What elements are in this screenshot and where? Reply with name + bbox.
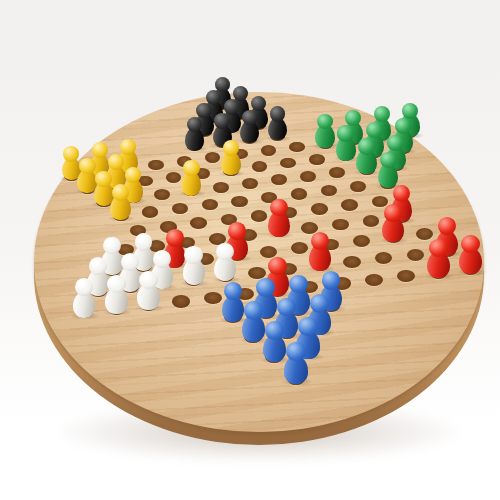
peg-head bbox=[153, 250, 171, 268]
peg-white[interactable] bbox=[183, 246, 205, 285]
peg-head bbox=[270, 199, 287, 216]
peg-red[interactable] bbox=[268, 199, 289, 237]
peg-head bbox=[387, 135, 404, 151]
peg-head bbox=[112, 184, 129, 201]
peg-head bbox=[429, 239, 447, 257]
peg-head bbox=[286, 342, 306, 361]
peg-head bbox=[256, 278, 275, 296]
peg-head bbox=[461, 235, 479, 253]
peg-head bbox=[322, 271, 341, 289]
peg-yellow[interactable] bbox=[110, 184, 131, 220]
peg-head bbox=[311, 232, 329, 250]
peg-head bbox=[402, 103, 418, 119]
peg-head bbox=[223, 140, 239, 156]
peg-green[interactable] bbox=[378, 152, 399, 188]
peg-yellow[interactable] bbox=[221, 140, 241, 175]
peg-head bbox=[135, 233, 153, 251]
peg-head bbox=[268, 257, 286, 275]
peg-head bbox=[103, 237, 121, 255]
peg-head bbox=[289, 275, 308, 293]
peg-head bbox=[184, 246, 202, 264]
peg-head bbox=[277, 298, 296, 317]
peg-green[interactable] bbox=[315, 114, 335, 149]
peg-head bbox=[75, 278, 93, 296]
peg-white[interactable] bbox=[73, 278, 95, 318]
peg-head bbox=[214, 113, 230, 129]
peg-head bbox=[384, 204, 402, 222]
pegs-layer bbox=[0, 0, 500, 500]
peg-head bbox=[120, 139, 136, 155]
peg-head bbox=[366, 122, 382, 138]
peg-blue[interactable] bbox=[263, 321, 286, 362]
peg-head bbox=[298, 317, 317, 336]
peg-white[interactable] bbox=[214, 243, 236, 282]
peg-head bbox=[310, 294, 329, 313]
peg-yellow[interactable] bbox=[181, 160, 201, 196]
photo-scene bbox=[0, 0, 500, 500]
peg-black[interactable] bbox=[185, 117, 204, 151]
peg-head bbox=[107, 275, 125, 293]
peg-blue[interactable] bbox=[222, 282, 245, 322]
peg-head bbox=[183, 160, 200, 176]
peg-head bbox=[265, 321, 284, 340]
peg-red[interactable] bbox=[309, 232, 331, 271]
peg-green[interactable] bbox=[336, 125, 356, 160]
peg-blue[interactable] bbox=[242, 301, 265, 342]
peg-head bbox=[228, 222, 246, 240]
peg-white[interactable] bbox=[105, 275, 127, 315]
peg-black[interactable] bbox=[240, 110, 259, 144]
peg-head bbox=[166, 229, 184, 247]
peg-head bbox=[244, 301, 263, 320]
peg-green[interactable] bbox=[356, 138, 376, 174]
peg-red[interactable] bbox=[459, 235, 481, 275]
peg-red[interactable] bbox=[382, 204, 404, 242]
peg-head bbox=[270, 106, 286, 122]
peg-blue[interactable] bbox=[284, 342, 308, 384]
peg-black[interactable] bbox=[268, 106, 287, 140]
peg-head bbox=[374, 106, 390, 122]
peg-head bbox=[139, 271, 157, 289]
peg-head bbox=[337, 125, 353, 141]
peg-head bbox=[242, 110, 258, 126]
peg-head bbox=[358, 138, 375, 154]
peg-white[interactable] bbox=[137, 271, 159, 311]
peg-head bbox=[380, 152, 397, 169]
peg-red[interactable] bbox=[427, 239, 449, 279]
